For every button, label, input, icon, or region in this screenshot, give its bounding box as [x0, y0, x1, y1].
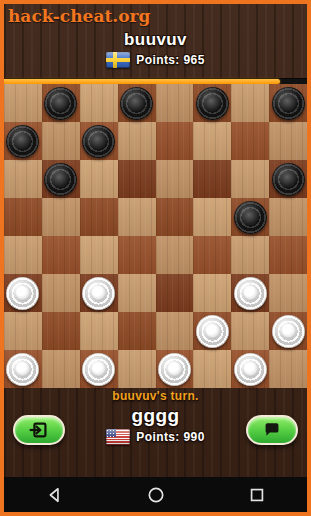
nav-home-button[interactable]	[136, 483, 176, 507]
square-r0c4[interactable]	[156, 84, 194, 122]
square-r5c0[interactable]	[4, 274, 42, 312]
square-r7c4[interactable]	[156, 350, 194, 388]
square-r5c6[interactable]	[231, 274, 269, 312]
square-r2c1[interactable]	[42, 160, 80, 198]
black-man[interactable]	[234, 201, 267, 234]
white-man[interactable]	[196, 315, 229, 348]
android-navbar	[4, 477, 307, 512]
square-r7c2[interactable]	[80, 350, 118, 388]
black-man[interactable]	[44, 87, 77, 120]
square-r5c3[interactable]	[118, 274, 156, 312]
square-r6c5[interactable]	[193, 312, 231, 350]
square-r6c3[interactable]	[118, 312, 156, 350]
square-r5c2[interactable]	[80, 274, 118, 312]
exit-icon	[28, 419, 50, 441]
black-man[interactable]	[44, 163, 77, 196]
player-panel: gggg Points: 990	[4, 403, 307, 477]
square-r5c1[interactable]	[42, 274, 80, 312]
square-r2c6[interactable]	[231, 160, 269, 198]
square-r3c0[interactable]	[4, 198, 42, 236]
square-r2c0[interactable]	[4, 160, 42, 198]
square-r1c2[interactable]	[80, 122, 118, 160]
white-man[interactable]	[234, 353, 267, 386]
game-screen: hack-cheat.org buuvuv Points: 965 buuvuv…	[4, 4, 307, 512]
exit-button[interactable]	[13, 415, 65, 445]
black-man[interactable]	[120, 87, 153, 120]
black-man[interactable]	[6, 125, 39, 158]
square-r1c6[interactable]	[231, 122, 269, 160]
square-r1c3[interactable]	[118, 122, 156, 160]
square-r6c6[interactable]	[231, 312, 269, 350]
player-score-row: Points: 990	[106, 428, 204, 445]
square-r3c7[interactable]	[269, 198, 307, 236]
opponent-score-row: Points: 965	[106, 51, 204, 68]
square-r4c1[interactable]	[42, 236, 80, 274]
square-r2c7[interactable]	[269, 160, 307, 198]
square-r5c7[interactable]	[269, 274, 307, 312]
square-r1c0[interactable]	[4, 122, 42, 160]
sweden-flag-icon	[106, 52, 130, 68]
usa-flag-icon	[106, 429, 130, 445]
square-r5c5[interactable]	[193, 274, 231, 312]
square-r4c5[interactable]	[193, 236, 231, 274]
square-r3c2[interactable]	[80, 198, 118, 236]
player-name: gggg	[131, 405, 179, 426]
black-man[interactable]	[272, 163, 305, 196]
square-r1c1[interactable]	[42, 122, 80, 160]
nav-back-button[interactable]	[35, 483, 75, 507]
square-r6c2[interactable]	[80, 312, 118, 350]
square-r3c1[interactable]	[42, 198, 80, 236]
square-r2c3[interactable]	[118, 160, 156, 198]
white-man[interactable]	[234, 277, 267, 310]
back-icon	[45, 485, 65, 505]
square-r6c0[interactable]	[4, 312, 42, 350]
square-r1c5[interactable]	[193, 122, 231, 160]
square-r7c1[interactable]	[42, 350, 80, 388]
square-r3c5[interactable]	[193, 198, 231, 236]
white-man[interactable]	[6, 277, 39, 310]
home-icon	[146, 485, 166, 505]
square-r4c4[interactable]	[156, 236, 194, 274]
square-r2c2[interactable]	[80, 160, 118, 198]
square-r0c6[interactable]	[231, 84, 269, 122]
square-r4c6[interactable]	[231, 236, 269, 274]
square-r3c6[interactable]	[231, 198, 269, 236]
square-r6c7[interactable]	[269, 312, 307, 350]
square-r3c3[interactable]	[118, 198, 156, 236]
square-r4c2[interactable]	[80, 236, 118, 274]
square-r2c5[interactable]	[193, 160, 231, 198]
black-man[interactable]	[196, 87, 229, 120]
square-r4c7[interactable]	[269, 236, 307, 274]
white-man[interactable]	[82, 353, 115, 386]
board	[4, 84, 307, 388]
square-r1c4[interactable]	[156, 122, 194, 160]
square-r4c3[interactable]	[118, 236, 156, 274]
square-r7c7[interactable]	[269, 350, 307, 388]
square-r4c0[interactable]	[4, 236, 42, 274]
square-r0c3[interactable]	[118, 84, 156, 122]
turn-status: buuvuv's turn.	[4, 388, 307, 403]
square-r0c7[interactable]	[269, 84, 307, 122]
square-r7c3[interactable]	[118, 350, 156, 388]
square-r0c5[interactable]	[193, 84, 231, 122]
white-man[interactable]	[82, 277, 115, 310]
square-r0c0[interactable]	[4, 84, 42, 122]
square-r5c4[interactable]	[156, 274, 194, 312]
player-points: Points: 990	[136, 430, 204, 444]
watermark: hack-cheat.org	[8, 6, 150, 26]
opponent-points: Points: 965	[136, 53, 204, 67]
nav-recents-button[interactable]	[237, 483, 277, 507]
recents-icon	[247, 485, 267, 505]
black-man[interactable]	[82, 125, 115, 158]
square-r7c6[interactable]	[231, 350, 269, 388]
square-r3c4[interactable]	[156, 198, 194, 236]
opponent-name: buuvuv	[124, 31, 187, 49]
chat-bubble-icon	[261, 419, 283, 441]
black-man[interactable]	[272, 87, 305, 120]
chat-button[interactable]	[246, 415, 298, 445]
square-r0c2[interactable]	[80, 84, 118, 122]
square-r1c7[interactable]	[269, 122, 307, 160]
square-r2c4[interactable]	[156, 160, 194, 198]
white-man[interactable]	[158, 353, 191, 386]
square-r6c4[interactable]	[156, 312, 194, 350]
square-r0c1[interactable]	[42, 84, 80, 122]
player-info: gggg Points: 990	[65, 405, 246, 445]
square-r7c0[interactable]	[4, 350, 42, 388]
app-frame: hack-cheat.org buuvuv Points: 965 buuvuv…	[0, 0, 311, 516]
white-man[interactable]	[6, 353, 39, 386]
square-r6c1[interactable]	[42, 312, 80, 350]
white-man[interactable]	[272, 315, 305, 348]
square-r7c5[interactable]	[193, 350, 231, 388]
